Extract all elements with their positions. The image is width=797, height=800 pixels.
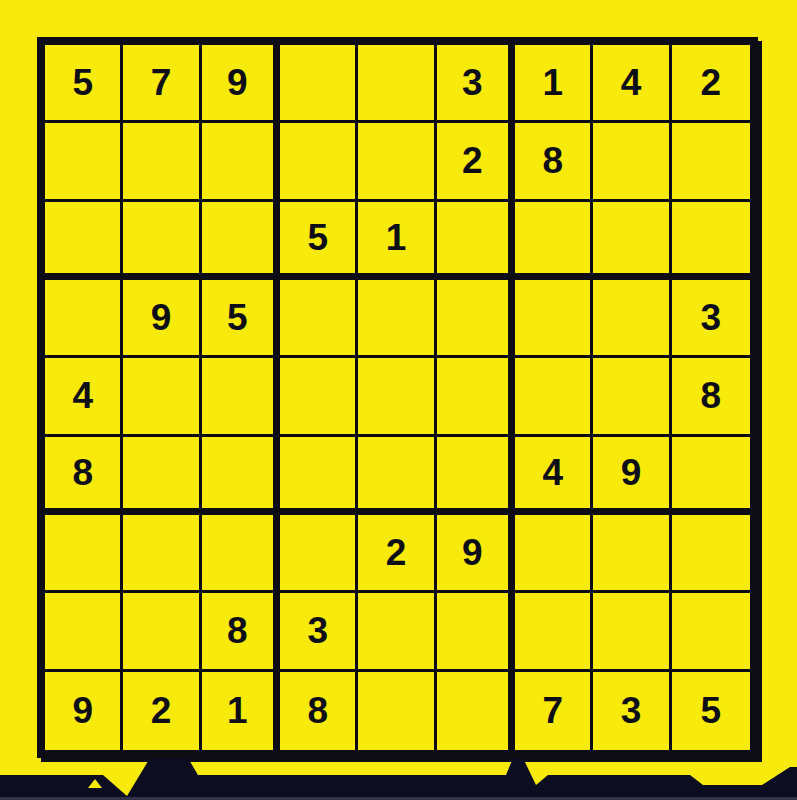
cell-r3c4[interactable]: 5: [280, 202, 358, 280]
cell-r4c9[interactable]: 3: [672, 280, 750, 358]
cell-r4c6[interactable]: [437, 280, 515, 358]
cell-r1c5[interactable]: [358, 45, 436, 123]
cell-r1c1[interactable]: 5: [45, 45, 123, 123]
cell-r4c1[interactable]: [45, 280, 123, 358]
cell-r4c2[interactable]: 9: [123, 280, 201, 358]
bottom-decoration: [0, 755, 797, 800]
cell-r7c8[interactable]: [593, 515, 671, 593]
cell-r7c9[interactable]: [672, 515, 750, 593]
cell-r6c7[interactable]: 4: [515, 437, 593, 515]
cell-r1c7[interactable]: 1: [515, 45, 593, 123]
cell-r3c1[interactable]: [45, 202, 123, 280]
cell-r8c9[interactable]: [672, 593, 750, 671]
cell-r4c7[interactable]: [515, 280, 593, 358]
cell-r5c4[interactable]: [280, 358, 358, 436]
cell-r8c7[interactable]: [515, 593, 593, 671]
cell-r6c9[interactable]: [672, 437, 750, 515]
cell-r8c1[interactable]: [45, 593, 123, 671]
cell-r5c8[interactable]: [593, 358, 671, 436]
cell-r1c9[interactable]: 2: [672, 45, 750, 123]
cell-r2c2[interactable]: [123, 123, 201, 201]
cell-r5c6[interactable]: [437, 358, 515, 436]
cell-r9c7[interactable]: 7: [515, 672, 593, 750]
cell-r9c9[interactable]: 5: [672, 672, 750, 750]
cell-r3c3[interactable]: [202, 202, 280, 280]
cell-r2c9[interactable]: [672, 123, 750, 201]
cell-r5c2[interactable]: [123, 358, 201, 436]
cell-r3c5[interactable]: 1: [358, 202, 436, 280]
cell-r8c2[interactable]: [123, 593, 201, 671]
cell-r5c5[interactable]: [358, 358, 436, 436]
sudoku-page: 579314228519534884929839218735: [0, 0, 797, 800]
cell-r9c3[interactable]: 1: [202, 672, 280, 750]
cell-r2c4[interactable]: [280, 123, 358, 201]
cell-r5c1[interactable]: 4: [45, 358, 123, 436]
cell-r2c6[interactable]: 2: [437, 123, 515, 201]
cell-r5c9[interactable]: 8: [672, 358, 750, 436]
cell-r6c8[interactable]: 9: [593, 437, 671, 515]
cell-r7c6[interactable]: 9: [437, 515, 515, 593]
cell-r8c6[interactable]: [437, 593, 515, 671]
sudoku-board: 579314228519534884929839218735: [37, 37, 758, 758]
cell-r7c4[interactable]: [280, 515, 358, 593]
cell-r1c8[interactable]: 4: [593, 45, 671, 123]
cell-r2c8[interactable]: [593, 123, 671, 201]
cell-r2c5[interactable]: [358, 123, 436, 201]
cell-r1c3[interactable]: 9: [202, 45, 280, 123]
cell-r2c3[interactable]: [202, 123, 280, 201]
cell-r1c4[interactable]: [280, 45, 358, 123]
cell-r7c1[interactable]: [45, 515, 123, 593]
cell-r7c7[interactable]: [515, 515, 593, 593]
cell-r2c1[interactable]: [45, 123, 123, 201]
cell-r3c8[interactable]: [593, 202, 671, 280]
cell-r5c3[interactable]: [202, 358, 280, 436]
cell-r3c2[interactable]: [123, 202, 201, 280]
cell-r9c2[interactable]: 2: [123, 672, 201, 750]
cell-r9c5[interactable]: [358, 672, 436, 750]
cell-r1c2[interactable]: 7: [123, 45, 201, 123]
cell-r7c2[interactable]: [123, 515, 201, 593]
cell-r2c7[interactable]: 8: [515, 123, 593, 201]
cell-r6c4[interactable]: [280, 437, 358, 515]
cell-r4c5[interactable]: [358, 280, 436, 358]
cell-r1c6[interactable]: 3: [437, 45, 515, 123]
cell-r3c7[interactable]: [515, 202, 593, 280]
cell-r9c1[interactable]: 9: [45, 672, 123, 750]
cell-r8c3[interactable]: 8: [202, 593, 280, 671]
cell-r8c8[interactable]: [593, 593, 671, 671]
cell-r8c5[interactable]: [358, 593, 436, 671]
bottom-strip-shape: [0, 758, 797, 800]
cell-r7c5[interactable]: 2: [358, 515, 436, 593]
cell-r3c9[interactable]: [672, 202, 750, 280]
cell-r5c7[interactable]: [515, 358, 593, 436]
cell-r4c8[interactable]: [593, 280, 671, 358]
cell-r6c2[interactable]: [123, 437, 201, 515]
cell-r4c3[interactable]: 5: [202, 280, 280, 358]
cell-r4c4[interactable]: [280, 280, 358, 358]
cell-r6c3[interactable]: [202, 437, 280, 515]
cell-r6c5[interactable]: [358, 437, 436, 515]
cell-r3c6[interactable]: [437, 202, 515, 280]
cell-r7c3[interactable]: [202, 515, 280, 593]
cell-r9c8[interactable]: 3: [593, 672, 671, 750]
cell-r6c1[interactable]: 8: [45, 437, 123, 515]
cell-r8c4[interactable]: 3: [280, 593, 358, 671]
cell-r9c6[interactable]: [437, 672, 515, 750]
cell-r9c4[interactable]: 8: [280, 672, 358, 750]
cell-r6c6[interactable]: [437, 437, 515, 515]
